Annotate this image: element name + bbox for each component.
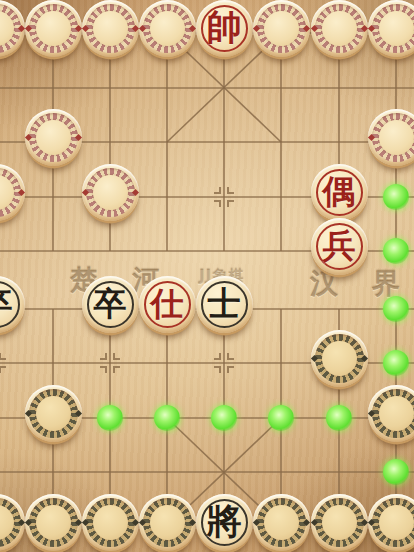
piece-facedown-red[interactable] — [0, 0, 25, 57]
ring-diamond-icon — [302, 518, 309, 525]
ring-diamond-icon — [367, 409, 374, 416]
ring-diamond-icon — [24, 409, 31, 416]
ring-diamond-icon — [138, 518, 145, 525]
ring-diamond-icon — [367, 518, 374, 525]
ring-diamond-icon — [310, 354, 317, 361]
ring-diamond-icon — [81, 24, 88, 31]
ring-diamond-icon — [17, 188, 24, 195]
pieces-layer: 帥偶兵卒卒仕士將 — [0, 0, 414, 552]
piece-facedown-red[interactable] — [253, 0, 310, 57]
piece-facedown-black[interactable] — [0, 494, 25, 551]
piece-facedown-black[interactable] — [25, 494, 82, 551]
piece-glyph: 仕 — [151, 287, 184, 320]
piece-facedown-red[interactable] — [368, 109, 414, 166]
piece-glyph: 士 — [208, 287, 241, 320]
piece-black-general[interactable]: 將 — [196, 494, 253, 551]
piece-glyph: 卒 — [0, 287, 13, 320]
piece-facedown-red[interactable] — [25, 0, 82, 57]
piece-red-soldier[interactable]: 兵 — [311, 218, 368, 275]
piece-black-soldier[interactable]: 卒 — [82, 276, 139, 333]
ring-diamond-icon — [24, 24, 31, 31]
piece-facedown-black[interactable] — [311, 494, 368, 551]
ring-diamond-icon — [131, 188, 138, 195]
ring-diamond-icon — [367, 24, 374, 31]
piece-facedown-black[interactable] — [82, 494, 139, 551]
ring-diamond-icon — [252, 24, 259, 31]
piece-glyph: 兵 — [323, 229, 356, 262]
ring-diamond-icon — [188, 24, 195, 31]
piece-facedown-red[interactable] — [368, 0, 414, 57]
ring-diamond-icon — [360, 354, 367, 361]
ring-diamond-icon — [138, 24, 145, 31]
ring-diamond-icon — [310, 24, 317, 31]
ring-diamond-icon — [310, 518, 317, 525]
piece-red-horse[interactable]: 偶 — [311, 164, 368, 221]
xiangqi-board[interactable]: 楚 河 JJ象棋 汉 界 帥偶兵卒卒仕士將 — [0, 0, 414, 552]
piece-glyph: 帥 — [207, 10, 242, 45]
ring-diamond-icon — [74, 409, 81, 416]
piece-facedown-black[interactable] — [368, 494, 414, 551]
ring-diamond-icon — [188, 518, 195, 525]
ring-diamond-icon — [24, 133, 31, 140]
piece-facedown-red[interactable] — [0, 164, 25, 221]
ring-diamond-icon — [302, 24, 309, 31]
ring-diamond-icon — [367, 133, 374, 140]
ring-diamond-icon — [81, 188, 88, 195]
piece-glyph: 偶 — [323, 175, 356, 208]
ring-diamond-icon — [74, 133, 81, 140]
piece-facedown-black[interactable] — [139, 494, 196, 551]
piece-red-advisor[interactable]: 仕 — [139, 276, 196, 333]
piece-facedown-black[interactable] — [368, 385, 414, 442]
ring-diamond-icon — [81, 518, 88, 525]
piece-facedown-red[interactable] — [82, 164, 139, 221]
piece-facedown-black[interactable] — [311, 330, 368, 387]
piece-facedown-black[interactable] — [253, 494, 310, 551]
piece-glyph: 將 — [207, 504, 242, 539]
piece-facedown-black[interactable] — [25, 385, 82, 442]
piece-black-advisor[interactable]: 士 — [196, 276, 253, 333]
ring-diamond-icon — [24, 518, 31, 525]
piece-black-soldier[interactable]: 卒 — [0, 276, 25, 333]
piece-facedown-red[interactable] — [82, 0, 139, 57]
piece-glyph: 卒 — [94, 287, 127, 320]
piece-facedown-red[interactable] — [139, 0, 196, 57]
piece-red-general[interactable]: 帥 — [196, 0, 253, 57]
ring-diamond-icon — [252, 518, 259, 525]
piece-facedown-red[interactable] — [311, 0, 368, 57]
piece-facedown-red[interactable] — [25, 109, 82, 166]
